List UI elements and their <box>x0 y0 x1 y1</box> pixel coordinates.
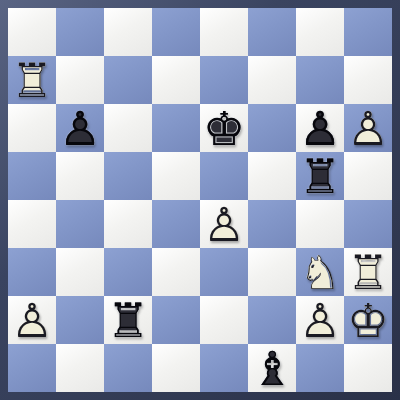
white-pawn-outline-icon: ♙ <box>200 200 248 248</box>
square-f1[interactable]: ♝♗ <box>248 344 296 392</box>
square-e1[interactable] <box>200 344 248 392</box>
square-a8[interactable] <box>8 8 56 56</box>
square-c6[interactable] <box>104 104 152 152</box>
square-a2[interactable]: ♟♙ <box>8 296 56 344</box>
square-a1[interactable] <box>8 344 56 392</box>
piece-black-rook-g5[interactable]: ♜♖ <box>296 152 344 200</box>
piece-white-knight-g3[interactable]: ♞♘ <box>296 248 344 296</box>
piece-black-pawn-b6[interactable]: ♟♙ <box>56 104 104 152</box>
white-pawn-outline-icon: ♙ <box>344 104 392 152</box>
square-h2[interactable]: ♚♔ <box>344 296 392 344</box>
white-pawn-outline-icon: ♙ <box>296 296 344 344</box>
black-pawn-outline-icon: ♙ <box>296 104 344 152</box>
square-f3[interactable] <box>248 248 296 296</box>
square-d3[interactable] <box>152 248 200 296</box>
square-d1[interactable] <box>152 344 200 392</box>
square-b1[interactable] <box>56 344 104 392</box>
piece-black-bishop-f1[interactable]: ♝♗ <box>248 344 296 392</box>
square-e4[interactable]: ♟♙ <box>200 200 248 248</box>
piece-white-pawn-e4[interactable]: ♟♙ <box>200 200 248 248</box>
piece-white-rook-h3[interactable]: ♜♖ <box>344 248 392 296</box>
square-h4[interactable] <box>344 200 392 248</box>
square-c3[interactable] <box>104 248 152 296</box>
square-e2[interactable] <box>200 296 248 344</box>
square-b8[interactable] <box>56 8 104 56</box>
square-g7[interactable] <box>296 56 344 104</box>
square-g1[interactable] <box>296 344 344 392</box>
piece-white-king-h2[interactable]: ♚♔ <box>344 296 392 344</box>
square-c2[interactable]: ♜♖ <box>104 296 152 344</box>
white-rook-outline-icon: ♖ <box>8 56 56 104</box>
black-bishop-icon: ♝ <box>248 344 296 392</box>
board-frame: ♜♖♟♙♚♔♟♙♟♙♜♖♟♙♞♘♜♖♟♙♜♖♟♙♚♔♝♗ <box>0 0 400 400</box>
square-e3[interactable] <box>200 248 248 296</box>
black-rook-icon: ♜ <box>104 296 152 344</box>
square-f7[interactable] <box>248 56 296 104</box>
square-g2[interactable]: ♟♙ <box>296 296 344 344</box>
white-king-icon: ♚ <box>344 296 392 344</box>
white-pawn-icon: ♟ <box>200 200 248 248</box>
square-d4[interactable] <box>152 200 200 248</box>
white-rook-icon: ♜ <box>344 248 392 296</box>
black-pawn-icon: ♟ <box>56 104 104 152</box>
square-d7[interactable] <box>152 56 200 104</box>
white-rook-outline-icon: ♖ <box>344 248 392 296</box>
piece-white-pawn-h6[interactable]: ♟♙ <box>344 104 392 152</box>
square-h5[interactable] <box>344 152 392 200</box>
square-e5[interactable] <box>200 152 248 200</box>
square-f6[interactable] <box>248 104 296 152</box>
square-g4[interactable] <box>296 200 344 248</box>
square-f8[interactable] <box>248 8 296 56</box>
square-c8[interactable] <box>104 8 152 56</box>
white-king-outline-icon: ♔ <box>344 296 392 344</box>
black-rook-icon: ♜ <box>296 152 344 200</box>
white-pawn-outline-icon: ♙ <box>8 296 56 344</box>
square-b6[interactable]: ♟♙ <box>56 104 104 152</box>
square-e8[interactable] <box>200 8 248 56</box>
square-c5[interactable] <box>104 152 152 200</box>
square-f4[interactable] <box>248 200 296 248</box>
square-b2[interactable] <box>56 296 104 344</box>
black-pawn-outline-icon: ♙ <box>56 104 104 152</box>
square-e7[interactable] <box>200 56 248 104</box>
square-c7[interactable] <box>104 56 152 104</box>
black-bishop-outline-icon: ♗ <box>248 344 296 392</box>
square-a6[interactable] <box>8 104 56 152</box>
piece-white-pawn-g2[interactable]: ♟♙ <box>296 296 344 344</box>
square-c1[interactable] <box>104 344 152 392</box>
piece-white-rook-a7[interactable]: ♜♖ <box>8 56 56 104</box>
black-king-icon: ♚ <box>200 104 248 152</box>
square-a3[interactable] <box>8 248 56 296</box>
white-pawn-icon: ♟ <box>8 296 56 344</box>
square-h7[interactable] <box>344 56 392 104</box>
square-h3[interactable]: ♜♖ <box>344 248 392 296</box>
black-king-outline-icon: ♔ <box>200 104 248 152</box>
square-a7[interactable]: ♜♖ <box>8 56 56 104</box>
square-g3[interactable]: ♞♘ <box>296 248 344 296</box>
white-pawn-icon: ♟ <box>344 104 392 152</box>
square-g6[interactable]: ♟♙ <box>296 104 344 152</box>
square-b5[interactable] <box>56 152 104 200</box>
square-f2[interactable] <box>248 296 296 344</box>
square-h6[interactable]: ♟♙ <box>344 104 392 152</box>
piece-black-pawn-g6[interactable]: ♟♙ <box>296 104 344 152</box>
square-d5[interactable] <box>152 152 200 200</box>
square-d2[interactable] <box>152 296 200 344</box>
square-g5[interactable]: ♜♖ <box>296 152 344 200</box>
white-rook-icon: ♜ <box>8 56 56 104</box>
white-knight-outline-icon: ♘ <box>296 248 344 296</box>
square-d8[interactable] <box>152 8 200 56</box>
square-a5[interactable] <box>8 152 56 200</box>
square-c4[interactable] <box>104 200 152 248</box>
square-e6[interactable]: ♚♔ <box>200 104 248 152</box>
piece-black-king-e6[interactable]: ♚♔ <box>200 104 248 152</box>
white-knight-icon: ♞ <box>296 248 344 296</box>
black-rook-outline-icon: ♖ <box>104 296 152 344</box>
square-f5[interactable] <box>248 152 296 200</box>
piece-black-rook-c2[interactable]: ♜♖ <box>104 296 152 344</box>
white-pawn-icon: ♟ <box>296 296 344 344</box>
black-pawn-icon: ♟ <box>296 104 344 152</box>
piece-white-pawn-a2[interactable]: ♟♙ <box>8 296 56 344</box>
chess-board: ♜♖♟♙♚♔♟♙♟♙♜♖♟♙♞♘♜♖♟♙♜♖♟♙♚♔♝♗ <box>8 8 392 392</box>
square-d6[interactable] <box>152 104 200 152</box>
square-a4[interactable] <box>8 200 56 248</box>
square-g8[interactable] <box>296 8 344 56</box>
square-h1[interactable] <box>344 344 392 392</box>
square-b4[interactable] <box>56 200 104 248</box>
square-b3[interactable] <box>56 248 104 296</box>
black-rook-outline-icon: ♖ <box>296 152 344 200</box>
square-b7[interactable] <box>56 56 104 104</box>
square-h8[interactable] <box>344 8 392 56</box>
